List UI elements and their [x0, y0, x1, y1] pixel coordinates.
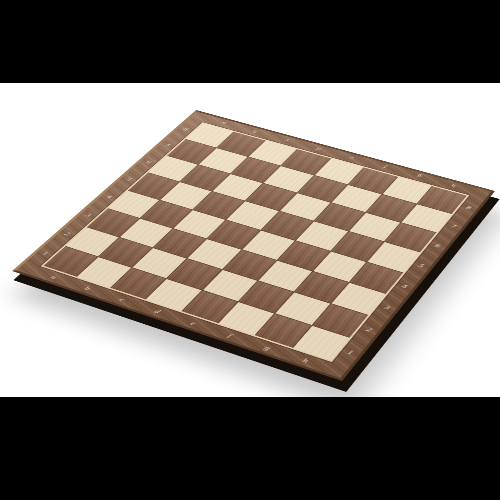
letterbox-bottom	[0, 397, 500, 500]
chess-board: abcdefgh abcdefgh 12345678 12345678	[12, 110, 495, 381]
letterbox-top	[0, 0, 500, 83]
board-grid	[41, 122, 470, 362]
product-photo-stage: abcdefgh abcdefgh 12345678 12345678	[0, 0, 500, 500]
